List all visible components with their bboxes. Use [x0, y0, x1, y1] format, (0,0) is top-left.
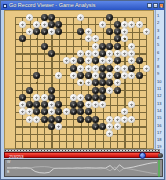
stone-white [143, 65, 150, 72]
stone-black [136, 57, 143, 64]
window-title: Go Record Viewer - Game Analysis [9, 1, 95, 10]
stone-black [48, 14, 55, 21]
stone-white [19, 21, 26, 28]
stone-black [114, 21, 121, 28]
row-coordinate-label: 10 [157, 80, 161, 84]
stone-black [70, 101, 77, 108]
app-icon [3, 4, 7, 8]
stone-white [77, 94, 84, 101]
star-point [80, 38, 82, 40]
row-coordinate-label: 8 [157, 65, 159, 69]
stone-black [85, 108, 92, 115]
stone-black [77, 116, 84, 123]
go-board[interactable] [4, 10, 154, 149]
stone-black [41, 43, 48, 50]
stone-white [19, 101, 26, 108]
stone-white [41, 21, 48, 28]
stone-white [26, 116, 33, 123]
stone-black [114, 72, 121, 79]
graph-black-label: B [7, 171, 9, 175]
window-controls: _ □ x [147, 3, 164, 9]
close-button[interactable]: x [159, 3, 164, 9]
minimize-button[interactable]: _ [147, 3, 152, 9]
row-coordinate-label: 11 [157, 87, 161, 91]
stone-white [121, 72, 128, 79]
stone-black [41, 101, 48, 108]
maximize-button[interactable]: □ [153, 3, 158, 9]
star-point [36, 82, 38, 84]
stone-black [85, 72, 92, 79]
stone-black [99, 65, 106, 72]
stone-black [99, 72, 106, 79]
stone-black [41, 14, 48, 21]
stone-black [48, 116, 55, 123]
stone-black [114, 43, 121, 50]
stone-black [19, 94, 26, 101]
stone-white [92, 50, 99, 57]
row-coordinate-label: 4 [157, 36, 159, 40]
stone-white [92, 43, 99, 50]
stone-black [114, 28, 121, 35]
stone-white [41, 94, 48, 101]
stone-white [70, 94, 77, 101]
star-point [124, 126, 126, 128]
stone-white [114, 79, 121, 86]
stone-black [92, 87, 99, 94]
stone-black [48, 21, 55, 28]
stone-black [48, 50, 55, 57]
row-coordinate-label: 12 [157, 94, 161, 98]
star-point [80, 82, 82, 84]
row-coordinate-label: 13 [157, 102, 161, 106]
stone-black [92, 79, 99, 86]
stone-white [63, 108, 70, 115]
stone-white [85, 35, 92, 42]
row-coordinate-label: 2 [157, 21, 159, 25]
stone-black [48, 94, 55, 101]
white-line [7, 162, 157, 173]
row-coordinate-label: 3 [157, 29, 159, 33]
stone-black [99, 87, 106, 94]
winrate-graph-canvas [5, 160, 163, 177]
stone-white [121, 50, 128, 57]
stone-white [128, 116, 135, 123]
stone-black [92, 123, 99, 130]
stone-white [106, 87, 113, 94]
stone-black [99, 43, 106, 50]
stone-black [48, 123, 55, 130]
stone-white [114, 65, 121, 72]
stone-white [26, 14, 33, 21]
stone-white [85, 79, 92, 86]
stone-white [92, 101, 99, 108]
stone-black [55, 116, 62, 123]
graph-white-label: W [7, 161, 10, 165]
stone-white [85, 101, 92, 108]
stone-white [114, 116, 121, 123]
stone-white [128, 43, 135, 50]
stone-black [106, 14, 113, 21]
stone-white [136, 21, 143, 28]
stone-white [114, 50, 121, 57]
stone-white [143, 28, 150, 35]
stone-black [136, 72, 143, 79]
stone-black [85, 94, 92, 101]
title-bar[interactable]: Go Record Viewer - Game Analysis _ □ x [1, 1, 165, 10]
stone-black [128, 65, 135, 72]
row-coordinate-label: 9 [157, 72, 159, 76]
stone-white [121, 116, 128, 123]
star-point [36, 126, 38, 128]
stone-black [92, 116, 99, 123]
app-window: Go Record Viewer - Game Analysis _ □ x 1… [0, 0, 165, 180]
stone-white [121, 65, 128, 72]
stone-black [92, 94, 99, 101]
star-point [124, 38, 126, 40]
row-coordinate-label: 1 [157, 14, 159, 18]
gray-line [7, 166, 157, 173]
stone-white [99, 21, 106, 28]
row-coordinate-label: 14 [157, 109, 161, 113]
stone-white [70, 72, 77, 79]
row-coordinate-label: 15 [157, 116, 161, 120]
slider-end-knob[interactable] [158, 153, 163, 158]
move-slider-track[interactable]: 253/253 [4, 152, 160, 158]
row-coordinate-label: 7 [157, 58, 159, 62]
stone-black [114, 57, 121, 64]
stone-black [114, 87, 121, 94]
stone-white [114, 123, 121, 130]
slider-handle[interactable] [139, 152, 146, 159]
stone-black [48, 87, 55, 94]
stone-white [92, 72, 99, 79]
stone-black [85, 116, 92, 123]
row-coordinate-label: 18 [157, 138, 161, 142]
stone-black [70, 65, 77, 72]
star-point [36, 38, 38, 40]
stone-white [85, 28, 92, 35]
row-coordinates: 12345678910111213141516171819 [155, 10, 166, 149]
row-coordinate-label: 5 [157, 43, 159, 47]
stone-white [85, 50, 92, 57]
stone-black [41, 116, 48, 123]
stone-white [121, 21, 128, 28]
stone-white [92, 65, 99, 72]
stone-white [77, 14, 84, 21]
row-coordinate-label: 16 [157, 124, 161, 128]
star-point [124, 82, 126, 84]
stone-white [85, 65, 92, 72]
stone-white [63, 57, 70, 64]
row-coordinate-label: 6 [157, 51, 159, 55]
stone-black [26, 87, 33, 94]
stone-black [106, 65, 113, 72]
stone-black [41, 28, 48, 35]
stone-black [99, 94, 106, 101]
stone-white [85, 57, 92, 64]
winrate-graph[interactable]: W B [4, 159, 163, 177]
stone-white [77, 65, 84, 72]
row-coordinate-label: 17 [157, 131, 161, 135]
star-point [80, 126, 82, 128]
